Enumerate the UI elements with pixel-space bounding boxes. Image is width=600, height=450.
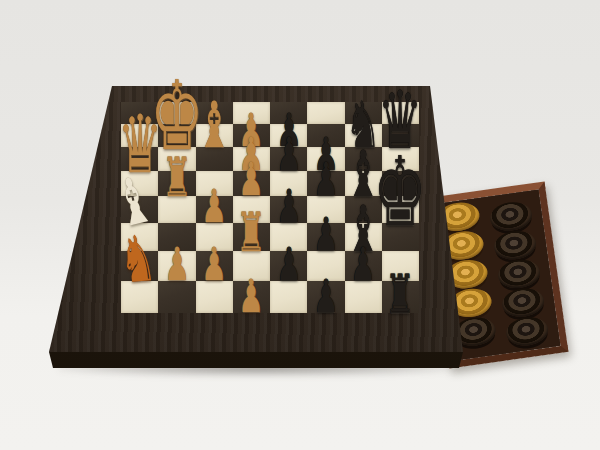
square-a2 <box>121 251 158 281</box>
square-f3 <box>307 223 344 251</box>
square-a5 <box>121 171 158 196</box>
square-b3 <box>158 223 195 251</box>
square-d2 <box>233 251 270 281</box>
square-e4 <box>270 196 307 223</box>
square-h5 <box>382 171 419 196</box>
square-c5 <box>196 171 233 196</box>
square-f2 <box>307 251 344 281</box>
square-g8 <box>345 102 382 124</box>
square-c3 <box>196 223 233 251</box>
square-d1 <box>233 281 270 313</box>
square-h4 <box>382 196 419 223</box>
square-a4 <box>121 196 158 223</box>
square-b2 <box>158 251 195 281</box>
square-a1 <box>121 281 158 313</box>
square-h1 <box>382 281 419 313</box>
square-e8 <box>270 102 307 124</box>
square-g7 <box>345 124 382 147</box>
square-d6 <box>233 147 270 171</box>
square-b1 <box>158 281 195 313</box>
square-h3 <box>382 223 419 251</box>
square-c7 <box>196 124 233 147</box>
square-g4 <box>345 196 382 223</box>
square-h2 <box>382 251 419 281</box>
square-e2 <box>270 251 307 281</box>
square-b6 <box>158 147 195 171</box>
square-c8 <box>196 102 233 124</box>
square-f7 <box>307 124 344 147</box>
square-c2 <box>196 251 233 281</box>
square-b7 <box>158 124 195 147</box>
square-f8 <box>307 102 344 124</box>
square-e5 <box>270 171 307 196</box>
square-f5 <box>307 171 344 196</box>
square-g6 <box>345 147 382 171</box>
square-d5 <box>233 171 270 196</box>
square-d4 <box>233 196 270 223</box>
board-grid <box>121 102 419 313</box>
square-g1 <box>345 281 382 313</box>
square-d7 <box>233 124 270 147</box>
square-c1 <box>196 281 233 313</box>
square-h7 <box>382 124 419 147</box>
photo-scene: ♚♝♟♛♟♜♟♝♟♜♞♟♟♟♟♞♛♟♟♟♝♟♚♟♝♟♟♟♜ <box>0 0 600 450</box>
square-c6 <box>196 147 233 171</box>
square-a3 <box>121 223 158 251</box>
square-f6 <box>307 147 344 171</box>
square-e7 <box>270 124 307 147</box>
square-g2 <box>345 251 382 281</box>
square-b8 <box>158 102 195 124</box>
square-e3 <box>270 223 307 251</box>
square-c4 <box>196 196 233 223</box>
square-d3 <box>233 223 270 251</box>
square-a8 <box>121 102 158 124</box>
square-g5 <box>345 171 382 196</box>
square-h6 <box>382 147 419 171</box>
square-f4 <box>307 196 344 223</box>
square-e6 <box>270 147 307 171</box>
square-d8 <box>233 102 270 124</box>
chess-board <box>0 0 600 450</box>
square-b5 <box>158 171 195 196</box>
square-h8 <box>382 102 419 124</box>
square-g3 <box>345 223 382 251</box>
square-a6 <box>121 147 158 171</box>
square-f1 <box>307 281 344 313</box>
square-b4 <box>158 196 195 223</box>
square-a7 <box>121 124 158 147</box>
square-e1 <box>270 281 307 313</box>
